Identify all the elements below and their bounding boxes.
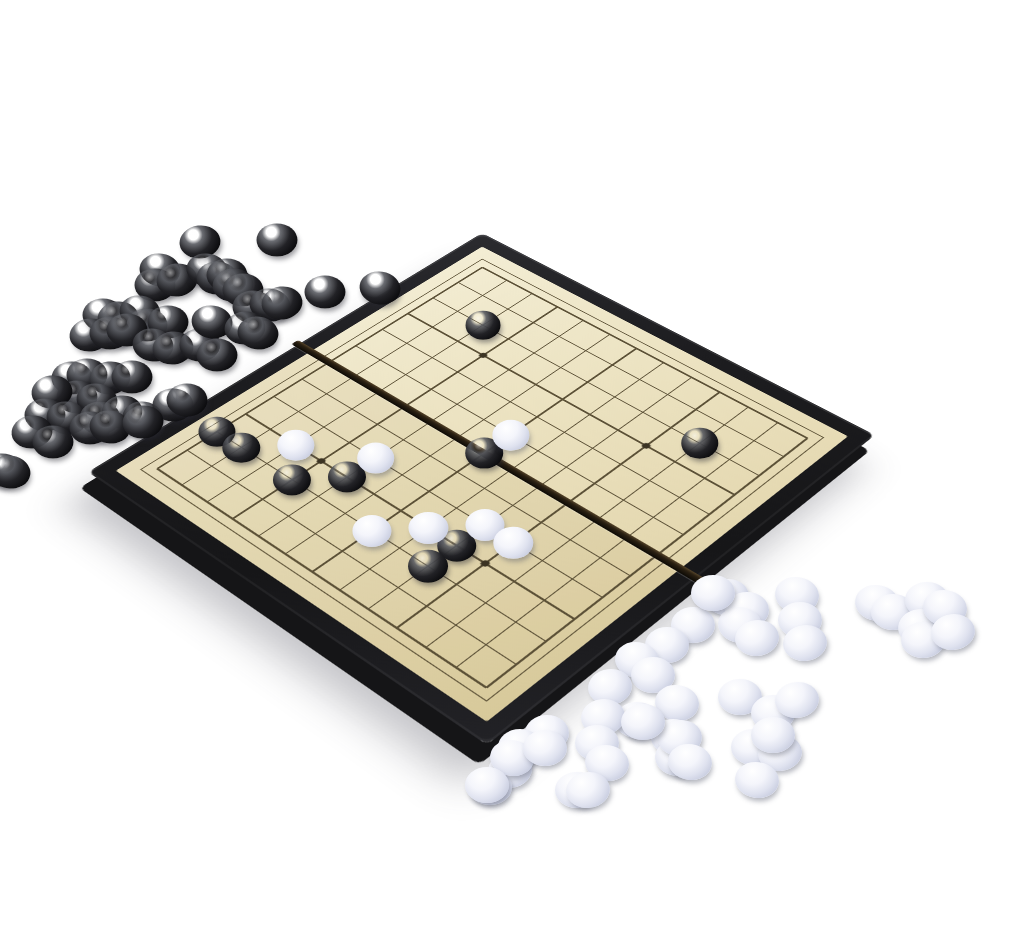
photo-scene (0, 0, 1024, 947)
loose-white-stone[interactable] (465, 767, 509, 803)
loose-white-stone[interactable] (621, 704, 665, 740)
loose-white-stone[interactable] (691, 575, 735, 611)
loose-white-stone[interactable] (523, 730, 567, 766)
loose-white-stone[interactable] (751, 717, 795, 753)
white-stone-pile (0, 0, 1024, 947)
